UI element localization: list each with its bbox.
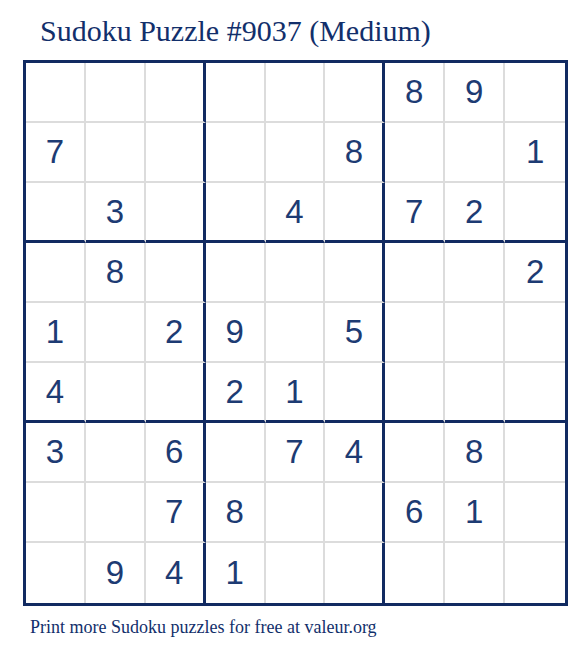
given-digit: 8 — [465, 433, 483, 471]
given-digit: 7 — [46, 133, 64, 171]
cell-r3c5: 4 — [266, 183, 326, 243]
cell-r9c9 — [505, 543, 565, 603]
cell-r7c4 — [206, 423, 266, 483]
cell-r4c4 — [206, 243, 266, 303]
cell-r1c8: 9 — [445, 63, 505, 123]
cell-r2c5 — [266, 123, 326, 183]
cell-r9c8 — [445, 543, 505, 603]
cell-r1c9 — [505, 63, 565, 123]
cell-r2c9: 1 — [505, 123, 565, 183]
cell-r8c7: 6 — [385, 483, 445, 543]
given-digit: 4 — [285, 193, 303, 231]
cell-r8c9 — [505, 483, 565, 543]
cell-r7c2 — [86, 423, 146, 483]
cell-r6c3 — [146, 363, 206, 423]
cell-r4c7 — [385, 243, 445, 303]
cell-r5c1: 1 — [26, 303, 86, 363]
cell-r4c2: 8 — [86, 243, 146, 303]
given-digit: 9 — [106, 554, 124, 592]
given-digit: 8 — [225, 493, 243, 531]
cell-r9c6 — [325, 543, 385, 603]
given-digit: 2 — [225, 373, 243, 411]
cell-r1c6 — [325, 63, 385, 123]
cell-r8c5 — [266, 483, 326, 543]
given-digit: 2 — [165, 313, 183, 351]
sudoku-board: 897813472821295421367487861941 — [23, 60, 568, 606]
cell-r3c2: 3 — [86, 183, 146, 243]
cell-r2c1: 7 — [26, 123, 86, 183]
footer-text: Print more Sudoku puzzles for free at va… — [30, 617, 377, 638]
given-digit: 6 — [405, 493, 423, 531]
cell-r8c3: 7 — [146, 483, 206, 543]
cell-r3c1 — [26, 183, 86, 243]
cell-r1c1 — [26, 63, 86, 123]
cell-r3c6 — [325, 183, 385, 243]
cell-r7c5: 7 — [266, 423, 326, 483]
cell-r8c6 — [325, 483, 385, 543]
given-digit: 1 — [465, 493, 483, 531]
cell-r4c8 — [445, 243, 505, 303]
cell-r5c2 — [86, 303, 146, 363]
cell-r7c8: 8 — [445, 423, 505, 483]
sudoku-grid: 897813472821295421367487861941 — [26, 63, 565, 603]
cell-r5c4: 9 — [206, 303, 266, 363]
given-digit: 1 — [526, 133, 544, 171]
cell-r1c2 — [86, 63, 146, 123]
cell-r3c3 — [146, 183, 206, 243]
given-digit: 1 — [46, 313, 64, 351]
cell-r5c9 — [505, 303, 565, 363]
given-digit: 7 — [285, 433, 303, 471]
cell-r5c8 — [445, 303, 505, 363]
cell-r9c7 — [385, 543, 445, 603]
given-digit: 7 — [165, 493, 183, 531]
cell-r9c2: 9 — [86, 543, 146, 603]
cell-r6c1: 4 — [26, 363, 86, 423]
cell-r8c1 — [26, 483, 86, 543]
cell-r6c7 — [385, 363, 445, 423]
given-digit: 4 — [345, 433, 363, 471]
cell-r4c5 — [266, 243, 326, 303]
cell-r8c4: 8 — [206, 483, 266, 543]
cell-r9c5 — [266, 543, 326, 603]
given-digit: 6 — [165, 433, 183, 471]
cell-r4c3 — [146, 243, 206, 303]
given-digit: 3 — [46, 433, 64, 471]
cell-r5c5 — [266, 303, 326, 363]
given-digit: 7 — [405, 193, 423, 231]
cell-r1c7: 8 — [385, 63, 445, 123]
cell-r8c8: 1 — [445, 483, 505, 543]
given-digit: 4 — [46, 373, 64, 411]
cell-r5c6: 5 — [325, 303, 385, 363]
cell-r7c1: 3 — [26, 423, 86, 483]
cell-r2c6: 8 — [325, 123, 385, 183]
cell-r5c7 — [385, 303, 445, 363]
given-digit: 3 — [106, 193, 124, 231]
cell-r4c9: 2 — [505, 243, 565, 303]
given-digit: 9 — [465, 73, 483, 111]
cell-r6c2 — [86, 363, 146, 423]
given-digit: 9 — [225, 313, 243, 351]
cell-r9c3: 4 — [146, 543, 206, 603]
cell-r6c8 — [445, 363, 505, 423]
given-digit: 2 — [526, 253, 544, 291]
given-digit: 1 — [225, 554, 243, 592]
cell-r2c7 — [385, 123, 445, 183]
cell-r6c6 — [325, 363, 385, 423]
cell-r3c7: 7 — [385, 183, 445, 243]
given-digit: 5 — [345, 313, 363, 351]
cell-r2c4 — [206, 123, 266, 183]
cell-r2c2 — [86, 123, 146, 183]
cell-r6c5: 1 — [266, 363, 326, 423]
cell-r5c3: 2 — [146, 303, 206, 363]
cell-r2c3 — [146, 123, 206, 183]
cell-r9c1 — [26, 543, 86, 603]
given-digit: 2 — [465, 193, 483, 231]
cell-r3c8: 2 — [445, 183, 505, 243]
cell-r7c7 — [385, 423, 445, 483]
cell-r1c5 — [266, 63, 326, 123]
given-digit: 8 — [345, 133, 363, 171]
cell-r4c1 — [26, 243, 86, 303]
given-digit: 8 — [106, 253, 124, 291]
cell-r7c9 — [505, 423, 565, 483]
given-digit: 8 — [405, 73, 423, 111]
cell-r3c4 — [206, 183, 266, 243]
cell-r9c4: 1 — [206, 543, 266, 603]
cell-r1c3 — [146, 63, 206, 123]
cell-r6c9 — [505, 363, 565, 423]
cell-r4c6 — [325, 243, 385, 303]
cell-r7c6: 4 — [325, 423, 385, 483]
cell-r6c4: 2 — [206, 363, 266, 423]
given-digit: 4 — [165, 554, 183, 592]
cell-r2c8 — [445, 123, 505, 183]
cell-r7c3: 6 — [146, 423, 206, 483]
cell-r8c2 — [86, 483, 146, 543]
cell-r3c9 — [505, 183, 565, 243]
given-digit: 1 — [285, 373, 303, 411]
page-title: Sudoku Puzzle #9037 (Medium) — [40, 14, 431, 48]
cell-r1c4 — [206, 63, 266, 123]
